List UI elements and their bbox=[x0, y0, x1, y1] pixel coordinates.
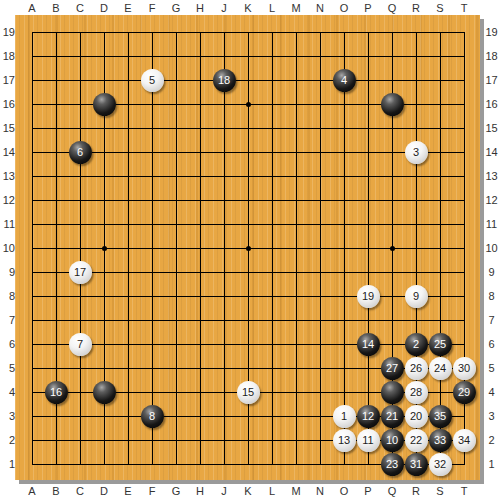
intersection-G13[interactable] bbox=[164, 164, 188, 188]
intersection-J12[interactable] bbox=[212, 188, 236, 212]
intersection-L10[interactable] bbox=[260, 236, 284, 260]
intersection-A10[interactable] bbox=[20, 236, 44, 260]
intersection-C14[interactable]: 6 bbox=[68, 140, 92, 164]
stone-black-B4[interactable]: 16 bbox=[45, 381, 68, 404]
intersection-N16[interactable] bbox=[308, 92, 332, 116]
intersection-F1[interactable] bbox=[140, 452, 164, 476]
intersection-R10[interactable] bbox=[404, 236, 428, 260]
intersection-Q12[interactable] bbox=[380, 188, 404, 212]
intersection-P8[interactable]: 19 bbox=[356, 284, 380, 308]
intersection-F9[interactable] bbox=[140, 260, 164, 284]
intersection-F13[interactable] bbox=[140, 164, 164, 188]
intersection-E15[interactable] bbox=[116, 116, 140, 140]
intersection-S2[interactable]: 33 bbox=[428, 428, 452, 452]
intersection-B5[interactable] bbox=[44, 356, 68, 380]
intersection-Q6[interactable] bbox=[380, 332, 404, 356]
intersection-G1[interactable] bbox=[164, 452, 188, 476]
stone-black-Q16[interactable] bbox=[381, 93, 404, 116]
intersection-K15[interactable] bbox=[236, 116, 260, 140]
intersection-M5[interactable] bbox=[284, 356, 308, 380]
stone-black-S2[interactable]: 33 bbox=[429, 429, 452, 452]
stone-white-T2[interactable]: 34 bbox=[453, 429, 476, 452]
intersection-N14[interactable] bbox=[308, 140, 332, 164]
intersection-Q9[interactable] bbox=[380, 260, 404, 284]
intersection-G9[interactable] bbox=[164, 260, 188, 284]
intersection-T15[interactable] bbox=[452, 116, 476, 140]
intersection-Q11[interactable] bbox=[380, 212, 404, 236]
intersection-A5[interactable] bbox=[20, 356, 44, 380]
intersection-H3[interactable] bbox=[188, 404, 212, 428]
stone-black-O17[interactable]: 4 bbox=[333, 69, 356, 92]
stone-black-Q1[interactable]: 23 bbox=[381, 453, 404, 476]
stone-black-S3[interactable]: 35 bbox=[429, 405, 452, 428]
intersection-K17[interactable] bbox=[236, 68, 260, 92]
intersection-T6[interactable] bbox=[452, 332, 476, 356]
intersection-R13[interactable] bbox=[404, 164, 428, 188]
intersection-K5[interactable] bbox=[236, 356, 260, 380]
intersection-J16[interactable] bbox=[212, 92, 236, 116]
intersection-H19[interactable] bbox=[188, 20, 212, 44]
intersection-P11[interactable] bbox=[356, 212, 380, 236]
intersection-C18[interactable] bbox=[68, 44, 92, 68]
intersection-J7[interactable] bbox=[212, 308, 236, 332]
intersection-S10[interactable] bbox=[428, 236, 452, 260]
intersection-H16[interactable] bbox=[188, 92, 212, 116]
intersection-D14[interactable] bbox=[92, 140, 116, 164]
intersection-A3[interactable] bbox=[20, 404, 44, 428]
intersection-D5[interactable] bbox=[92, 356, 116, 380]
intersection-N17[interactable] bbox=[308, 68, 332, 92]
intersection-T7[interactable] bbox=[452, 308, 476, 332]
stone-black-P6[interactable]: 14 bbox=[357, 333, 380, 356]
intersection-P3[interactable]: 12 bbox=[356, 404, 380, 428]
intersection-K4[interactable]: 15 bbox=[236, 380, 260, 404]
intersection-P18[interactable] bbox=[356, 44, 380, 68]
intersection-Q15[interactable] bbox=[380, 116, 404, 140]
intersection-L1[interactable] bbox=[260, 452, 284, 476]
intersection-A6[interactable] bbox=[20, 332, 44, 356]
intersection-R4[interactable]: 28 bbox=[404, 380, 428, 404]
intersection-M10[interactable] bbox=[284, 236, 308, 260]
intersection-E13[interactable] bbox=[116, 164, 140, 188]
intersection-Q7[interactable] bbox=[380, 308, 404, 332]
intersection-E6[interactable] bbox=[116, 332, 140, 356]
stone-white-R4[interactable]: 28 bbox=[405, 381, 428, 404]
intersection-L4[interactable] bbox=[260, 380, 284, 404]
intersection-E7[interactable] bbox=[116, 308, 140, 332]
intersection-A17[interactable] bbox=[20, 68, 44, 92]
stone-black-J17[interactable]: 18 bbox=[213, 69, 236, 92]
intersection-N8[interactable] bbox=[308, 284, 332, 308]
intersection-E3[interactable] bbox=[116, 404, 140, 428]
intersection-R9[interactable] bbox=[404, 260, 428, 284]
intersection-P7[interactable] bbox=[356, 308, 380, 332]
intersection-O2[interactable]: 13 bbox=[332, 428, 356, 452]
intersection-L11[interactable] bbox=[260, 212, 284, 236]
intersection-F17[interactable]: 5 bbox=[140, 68, 164, 92]
intersection-J8[interactable] bbox=[212, 284, 236, 308]
intersection-T17[interactable] bbox=[452, 68, 476, 92]
intersection-K16[interactable] bbox=[236, 92, 260, 116]
stone-black-F3[interactable]: 8 bbox=[141, 405, 164, 428]
intersection-P19[interactable] bbox=[356, 20, 380, 44]
intersection-N9[interactable] bbox=[308, 260, 332, 284]
intersection-N15[interactable] bbox=[308, 116, 332, 140]
intersection-F15[interactable] bbox=[140, 116, 164, 140]
intersection-T9[interactable] bbox=[452, 260, 476, 284]
intersection-Q19[interactable] bbox=[380, 20, 404, 44]
intersection-G7[interactable] bbox=[164, 308, 188, 332]
intersection-B1[interactable] bbox=[44, 452, 68, 476]
intersection-S12[interactable] bbox=[428, 188, 452, 212]
intersection-J14[interactable] bbox=[212, 140, 236, 164]
intersection-S16[interactable] bbox=[428, 92, 452, 116]
intersection-B2[interactable] bbox=[44, 428, 68, 452]
intersection-G11[interactable] bbox=[164, 212, 188, 236]
intersection-A2[interactable] bbox=[20, 428, 44, 452]
intersection-S15[interactable] bbox=[428, 116, 452, 140]
intersection-N12[interactable] bbox=[308, 188, 332, 212]
intersection-H4[interactable] bbox=[188, 380, 212, 404]
intersection-A8[interactable] bbox=[20, 284, 44, 308]
intersection-G6[interactable] bbox=[164, 332, 188, 356]
intersection-D9[interactable] bbox=[92, 260, 116, 284]
intersection-T12[interactable] bbox=[452, 188, 476, 212]
intersection-F3[interactable]: 8 bbox=[140, 404, 164, 428]
intersection-Q10[interactable] bbox=[380, 236, 404, 260]
intersection-E18[interactable] bbox=[116, 44, 140, 68]
intersection-D19[interactable] bbox=[92, 20, 116, 44]
stone-white-O3[interactable]: 1 bbox=[333, 405, 356, 428]
intersection-D6[interactable] bbox=[92, 332, 116, 356]
intersection-B15[interactable] bbox=[44, 116, 68, 140]
intersection-B6[interactable] bbox=[44, 332, 68, 356]
intersection-F4[interactable] bbox=[140, 380, 164, 404]
intersection-H13[interactable] bbox=[188, 164, 212, 188]
intersection-D17[interactable] bbox=[92, 68, 116, 92]
intersection-C6[interactable]: 7 bbox=[68, 332, 92, 356]
stone-black-T4[interactable]: 29 bbox=[453, 381, 476, 404]
intersection-S17[interactable] bbox=[428, 68, 452, 92]
intersection-D10[interactable] bbox=[92, 236, 116, 260]
stone-white-R3[interactable]: 20 bbox=[405, 405, 428, 428]
intersection-G15[interactable] bbox=[164, 116, 188, 140]
intersection-T11[interactable] bbox=[452, 212, 476, 236]
intersection-H17[interactable] bbox=[188, 68, 212, 92]
intersection-S9[interactable] bbox=[428, 260, 452, 284]
intersection-Q1[interactable]: 23 bbox=[380, 452, 404, 476]
intersection-H2[interactable] bbox=[188, 428, 212, 452]
stone-white-R2[interactable]: 22 bbox=[405, 429, 428, 452]
intersection-Q2[interactable]: 10 bbox=[380, 428, 404, 452]
intersection-S6[interactable]: 25 bbox=[428, 332, 452, 356]
intersection-Q4[interactable] bbox=[380, 380, 404, 404]
intersection-L13[interactable] bbox=[260, 164, 284, 188]
intersection-T2[interactable]: 34 bbox=[452, 428, 476, 452]
intersection-J5[interactable] bbox=[212, 356, 236, 380]
intersection-H6[interactable] bbox=[188, 332, 212, 356]
intersection-C11[interactable] bbox=[68, 212, 92, 236]
intersection-Q5[interactable]: 27 bbox=[380, 356, 404, 380]
intersection-H5[interactable] bbox=[188, 356, 212, 380]
intersection-M12[interactable] bbox=[284, 188, 308, 212]
intersection-M11[interactable] bbox=[284, 212, 308, 236]
intersection-Q8[interactable] bbox=[380, 284, 404, 308]
intersection-M4[interactable] bbox=[284, 380, 308, 404]
intersection-K1[interactable] bbox=[236, 452, 260, 476]
intersection-E19[interactable] bbox=[116, 20, 140, 44]
intersection-N7[interactable] bbox=[308, 308, 332, 332]
intersection-E5[interactable] bbox=[116, 356, 140, 380]
intersection-B8[interactable] bbox=[44, 284, 68, 308]
intersection-D12[interactable] bbox=[92, 188, 116, 212]
stone-black-P3[interactable]: 12 bbox=[357, 405, 380, 428]
intersection-M17[interactable] bbox=[284, 68, 308, 92]
intersection-D13[interactable] bbox=[92, 164, 116, 188]
stone-black-Q4[interactable] bbox=[381, 381, 404, 404]
intersection-T3[interactable] bbox=[452, 404, 476, 428]
intersection-S13[interactable] bbox=[428, 164, 452, 188]
intersection-B14[interactable] bbox=[44, 140, 68, 164]
intersection-R1[interactable]: 31 bbox=[404, 452, 428, 476]
intersection-A18[interactable] bbox=[20, 44, 44, 68]
intersection-R15[interactable] bbox=[404, 116, 428, 140]
intersection-L8[interactable] bbox=[260, 284, 284, 308]
intersection-S1[interactable]: 32 bbox=[428, 452, 452, 476]
intersection-O8[interactable] bbox=[332, 284, 356, 308]
intersection-B9[interactable] bbox=[44, 260, 68, 284]
intersection-D3[interactable] bbox=[92, 404, 116, 428]
intersection-N3[interactable] bbox=[308, 404, 332, 428]
intersection-P6[interactable]: 14 bbox=[356, 332, 380, 356]
intersection-O15[interactable] bbox=[332, 116, 356, 140]
stone-black-Q2[interactable]: 10 bbox=[381, 429, 404, 452]
intersection-M6[interactable] bbox=[284, 332, 308, 356]
stone-black-Q5[interactable]: 27 bbox=[381, 357, 404, 380]
intersection-L7[interactable] bbox=[260, 308, 284, 332]
intersection-S18[interactable] bbox=[428, 44, 452, 68]
intersection-N10[interactable] bbox=[308, 236, 332, 260]
intersection-T5[interactable]: 30 bbox=[452, 356, 476, 380]
intersection-J18[interactable] bbox=[212, 44, 236, 68]
intersection-D18[interactable] bbox=[92, 44, 116, 68]
intersection-J10[interactable] bbox=[212, 236, 236, 260]
intersection-F18[interactable] bbox=[140, 44, 164, 68]
intersection-B11[interactable] bbox=[44, 212, 68, 236]
intersection-B4[interactable]: 16 bbox=[44, 380, 68, 404]
intersection-R18[interactable] bbox=[404, 44, 428, 68]
stone-white-P2[interactable]: 11 bbox=[357, 429, 380, 452]
intersection-H9[interactable] bbox=[188, 260, 212, 284]
intersection-M2[interactable] bbox=[284, 428, 308, 452]
intersection-K2[interactable] bbox=[236, 428, 260, 452]
intersection-K11[interactable] bbox=[236, 212, 260, 236]
intersection-P9[interactable] bbox=[356, 260, 380, 284]
intersection-K12[interactable] bbox=[236, 188, 260, 212]
intersection-F6[interactable] bbox=[140, 332, 164, 356]
intersection-C4[interactable] bbox=[68, 380, 92, 404]
intersection-C13[interactable] bbox=[68, 164, 92, 188]
intersection-G18[interactable] bbox=[164, 44, 188, 68]
intersection-O14[interactable] bbox=[332, 140, 356, 164]
stone-white-C6[interactable]: 7 bbox=[69, 333, 92, 356]
intersection-E11[interactable] bbox=[116, 212, 140, 236]
intersection-C9[interactable]: 17 bbox=[68, 260, 92, 284]
intersection-Q18[interactable] bbox=[380, 44, 404, 68]
stone-white-C9[interactable]: 17 bbox=[69, 261, 92, 284]
intersection-N11[interactable] bbox=[308, 212, 332, 236]
intersection-F2[interactable] bbox=[140, 428, 164, 452]
intersection-J9[interactable] bbox=[212, 260, 236, 284]
intersection-A13[interactable] bbox=[20, 164, 44, 188]
intersection-P15[interactable] bbox=[356, 116, 380, 140]
intersection-E1[interactable] bbox=[116, 452, 140, 476]
intersection-R3[interactable]: 20 bbox=[404, 404, 428, 428]
intersection-G3[interactable] bbox=[164, 404, 188, 428]
intersection-K7[interactable] bbox=[236, 308, 260, 332]
intersection-C7[interactable] bbox=[68, 308, 92, 332]
intersection-G2[interactable] bbox=[164, 428, 188, 452]
intersection-J13[interactable] bbox=[212, 164, 236, 188]
intersection-C1[interactable] bbox=[68, 452, 92, 476]
intersection-O13[interactable] bbox=[332, 164, 356, 188]
intersection-O12[interactable] bbox=[332, 188, 356, 212]
intersection-F11[interactable] bbox=[140, 212, 164, 236]
intersection-R2[interactable]: 22 bbox=[404, 428, 428, 452]
intersection-N18[interactable] bbox=[308, 44, 332, 68]
stone-white-R5[interactable]: 26 bbox=[405, 357, 428, 380]
intersection-H12[interactable] bbox=[188, 188, 212, 212]
intersection-O6[interactable] bbox=[332, 332, 356, 356]
intersection-G14[interactable] bbox=[164, 140, 188, 164]
intersection-C19[interactable] bbox=[68, 20, 92, 44]
intersection-C10[interactable] bbox=[68, 236, 92, 260]
intersection-J19[interactable] bbox=[212, 20, 236, 44]
intersection-E16[interactable] bbox=[116, 92, 140, 116]
intersection-Q16[interactable] bbox=[380, 92, 404, 116]
intersection-R6[interactable]: 2 bbox=[404, 332, 428, 356]
intersection-S19[interactable] bbox=[428, 20, 452, 44]
intersection-N1[interactable] bbox=[308, 452, 332, 476]
intersection-J3[interactable] bbox=[212, 404, 236, 428]
intersection-J4[interactable] bbox=[212, 380, 236, 404]
intersection-K6[interactable] bbox=[236, 332, 260, 356]
intersection-N2[interactable] bbox=[308, 428, 332, 452]
intersection-R12[interactable] bbox=[404, 188, 428, 212]
intersection-H18[interactable] bbox=[188, 44, 212, 68]
intersection-R8[interactable]: 9 bbox=[404, 284, 428, 308]
intersection-M13[interactable] bbox=[284, 164, 308, 188]
intersection-F16[interactable] bbox=[140, 92, 164, 116]
intersection-T19[interactable] bbox=[452, 20, 476, 44]
stone-black-R1[interactable]: 31 bbox=[405, 453, 428, 476]
intersection-Q3[interactable]: 21 bbox=[380, 404, 404, 428]
intersection-S8[interactable] bbox=[428, 284, 452, 308]
intersection-R16[interactable] bbox=[404, 92, 428, 116]
intersection-E4[interactable] bbox=[116, 380, 140, 404]
intersection-P14[interactable] bbox=[356, 140, 380, 164]
intersection-M3[interactable] bbox=[284, 404, 308, 428]
intersection-G8[interactable] bbox=[164, 284, 188, 308]
intersection-C2[interactable] bbox=[68, 428, 92, 452]
intersection-T8[interactable] bbox=[452, 284, 476, 308]
intersection-L16[interactable] bbox=[260, 92, 284, 116]
intersection-B17[interactable] bbox=[44, 68, 68, 92]
intersection-E12[interactable] bbox=[116, 188, 140, 212]
intersection-D16[interactable] bbox=[92, 92, 116, 116]
stone-black-S6[interactable]: 25 bbox=[429, 333, 452, 356]
stone-white-P8[interactable]: 19 bbox=[357, 285, 380, 308]
intersection-S7[interactable] bbox=[428, 308, 452, 332]
intersection-O4[interactable] bbox=[332, 380, 356, 404]
intersection-A1[interactable] bbox=[20, 452, 44, 476]
intersection-N19[interactable] bbox=[308, 20, 332, 44]
intersection-T14[interactable] bbox=[452, 140, 476, 164]
intersection-N6[interactable] bbox=[308, 332, 332, 356]
intersection-S4[interactable] bbox=[428, 380, 452, 404]
intersection-O16[interactable] bbox=[332, 92, 356, 116]
intersection-K13[interactable] bbox=[236, 164, 260, 188]
intersection-O7[interactable] bbox=[332, 308, 356, 332]
intersection-A9[interactable] bbox=[20, 260, 44, 284]
intersection-F8[interactable] bbox=[140, 284, 164, 308]
intersection-S3[interactable]: 35 bbox=[428, 404, 452, 428]
intersection-D11[interactable] bbox=[92, 212, 116, 236]
intersection-L15[interactable] bbox=[260, 116, 284, 140]
intersection-A19[interactable] bbox=[20, 20, 44, 44]
intersection-S11[interactable] bbox=[428, 212, 452, 236]
intersection-T13[interactable] bbox=[452, 164, 476, 188]
intersection-E2[interactable] bbox=[116, 428, 140, 452]
intersection-E9[interactable] bbox=[116, 260, 140, 284]
intersection-D4[interactable] bbox=[92, 380, 116, 404]
intersection-K8[interactable] bbox=[236, 284, 260, 308]
intersection-R11[interactable] bbox=[404, 212, 428, 236]
intersection-C16[interactable] bbox=[68, 92, 92, 116]
intersection-N13[interactable] bbox=[308, 164, 332, 188]
intersection-C15[interactable] bbox=[68, 116, 92, 140]
stone-white-R14[interactable]: 3 bbox=[405, 141, 428, 164]
intersection-M7[interactable] bbox=[284, 308, 308, 332]
stone-white-R8[interactable]: 9 bbox=[405, 285, 428, 308]
intersection-E17[interactable] bbox=[116, 68, 140, 92]
intersection-D7[interactable] bbox=[92, 308, 116, 332]
intersection-H10[interactable] bbox=[188, 236, 212, 260]
intersection-K14[interactable] bbox=[236, 140, 260, 164]
intersection-O17[interactable]: 4 bbox=[332, 68, 356, 92]
intersection-A7[interactable] bbox=[20, 308, 44, 332]
intersection-F5[interactable] bbox=[140, 356, 164, 380]
stone-black-D4[interactable] bbox=[93, 381, 116, 404]
intersection-M19[interactable] bbox=[284, 20, 308, 44]
intersection-F19[interactable] bbox=[140, 20, 164, 44]
intersection-B13[interactable] bbox=[44, 164, 68, 188]
intersection-P13[interactable] bbox=[356, 164, 380, 188]
intersection-F10[interactable] bbox=[140, 236, 164, 260]
stone-white-O2[interactable]: 13 bbox=[333, 429, 356, 452]
intersection-B18[interactable] bbox=[44, 44, 68, 68]
intersection-J15[interactable] bbox=[212, 116, 236, 140]
intersection-N5[interactable] bbox=[308, 356, 332, 380]
intersection-K19[interactable] bbox=[236, 20, 260, 44]
intersection-H1[interactable] bbox=[188, 452, 212, 476]
stone-black-D16[interactable] bbox=[93, 93, 116, 116]
intersection-G16[interactable] bbox=[164, 92, 188, 116]
intersection-N4[interactable] bbox=[308, 380, 332, 404]
intersection-C8[interactable] bbox=[68, 284, 92, 308]
intersection-H14[interactable] bbox=[188, 140, 212, 164]
intersection-L3[interactable] bbox=[260, 404, 284, 428]
